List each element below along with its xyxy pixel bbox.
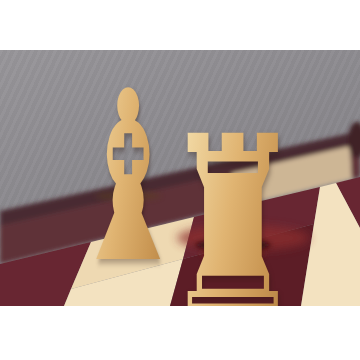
photo-area: ♝ ♜ <box>0 50 360 306</box>
white-rook-piece: ♜ <box>161 104 305 306</box>
letterbox-top <box>0 0 360 50</box>
product-photo-frame: ♝ ♜ <box>0 0 360 360</box>
rook-glyph: ♜ <box>161 84 305 306</box>
letterbox-bottom <box>0 306 360 360</box>
